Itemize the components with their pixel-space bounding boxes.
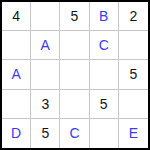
cell-r2c4[interactable]: C [90, 31, 119, 60]
cell-r4c1[interactable] [2, 90, 31, 119]
cell-r5c4[interactable] [90, 119, 119, 148]
cell-r2c3[interactable] [60, 31, 89, 60]
cell-r2c2[interactable]: A [31, 31, 60, 60]
cell-r1c1[interactable]: 4 [2, 2, 31, 31]
cell-r3c2[interactable] [31, 60, 60, 89]
cell-r5c5[interactable]: E [119, 119, 148, 148]
cell-r3c4[interactable] [90, 60, 119, 89]
cell-r2c5[interactable] [119, 31, 148, 60]
cell-r3c1[interactable]: A [2, 60, 31, 89]
cell-r4c4[interactable]: 5 [90, 90, 119, 119]
cell-r1c5[interactable]: 2 [119, 2, 148, 31]
cell-r3c5[interactable]: 5 [119, 60, 148, 89]
cell-r3c3[interactable] [60, 60, 89, 89]
cell-r1c4[interactable]: B [90, 2, 119, 31]
cell-r4c5[interactable] [119, 90, 148, 119]
cell-r1c2[interactable] [31, 2, 60, 31]
cell-r5c2[interactable]: 5 [31, 119, 60, 148]
cell-r4c2[interactable]: 3 [31, 90, 60, 119]
cell-r4c3[interactable] [60, 90, 89, 119]
cell-r5c1[interactable]: D [2, 119, 31, 148]
cell-r2c1[interactable] [2, 31, 31, 60]
cell-r5c3[interactable]: C [60, 119, 89, 148]
puzzle-board: 45B2ACA535D5CE [0, 0, 150, 150]
cell-r1c3[interactable]: 5 [60, 2, 89, 31]
